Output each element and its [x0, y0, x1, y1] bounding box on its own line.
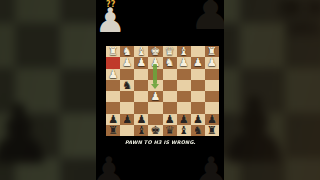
square-h4[interactable]: [106, 80, 120, 91]
black-pawn-silhouette-icon: ♟: [192, 152, 224, 180]
square-a3[interactable]: [205, 69, 219, 80]
background-king-icon: ♚: [272, 0, 320, 46]
black-queen-piece: ♛: [165, 124, 175, 135]
move-arrow-shaft: [153, 64, 157, 84]
square-c5[interactable]: [177, 91, 191, 102]
square-a5[interactable]: [205, 91, 219, 102]
square-d2[interactable]: ♞: [163, 57, 177, 68]
white-pawn-piece: ♟: [151, 91, 161, 102]
black-piece-silhouette-icon: ♟: [189, 0, 224, 36]
square-b5[interactable]: [191, 91, 205, 102]
white-pawn-piece: ♟: [193, 57, 203, 68]
black-rook-piece: ♜: [108, 124, 118, 135]
black-king-piece: ♚: [151, 124, 161, 135]
blunder-annotation: ??: [106, 0, 115, 9]
square-b2[interactable]: ♟: [191, 57, 205, 68]
chess-board: ♜♞♝♚♛♝♜♟♟♟♞♟♟♟♟♞♟♟♟♟♟♟♟♟♜♝♚♛♝♞♜: [106, 46, 219, 136]
square-f5[interactable]: [134, 91, 148, 102]
square-g5[interactable]: [120, 91, 134, 102]
white-pawn-piece: ♟: [108, 68, 118, 79]
square-a4[interactable]: [205, 80, 219, 91]
white-rook-piece: ♜: [108, 46, 118, 57]
white-pawn-piece: ♟: [207, 57, 217, 68]
square-b3[interactable]: [191, 69, 205, 80]
square-d4[interactable]: [163, 80, 177, 91]
square-d3[interactable]: [163, 69, 177, 80]
black-knight-piece: ♞: [193, 124, 203, 135]
move-arrow-head: [151, 84, 159, 89]
square-g7[interactable]: ♟: [120, 114, 134, 125]
white-pawn-piece: ♟: [179, 57, 189, 68]
square-h5[interactable]: [106, 91, 120, 102]
black-rook-piece: ♜: [207, 124, 217, 135]
square-d5[interactable]: [163, 91, 177, 102]
square-f3[interactable]: [134, 69, 148, 80]
black-bishop-piece: ♝: [179, 124, 189, 135]
background-pawn-icon: ♟: [0, 94, 56, 176]
black-pawn-piece: ♟: [122, 113, 132, 124]
caption: PAWN TO H3 IS WRONG.: [96, 135, 224, 148]
square-b4[interactable]: [191, 80, 205, 91]
white-pawn-piece: ♟: [122, 57, 132, 68]
square-e5[interactable]: ♟: [148, 91, 162, 102]
caption-text: PAWN TO H3 IS WRONG.: [125, 139, 196, 145]
square-a2[interactable]: ♟: [205, 57, 219, 68]
square-e6[interactable]: [148, 102, 162, 113]
square-g4[interactable]: ♞: [120, 80, 134, 91]
white-pawn-piece: ♟: [136, 57, 146, 68]
black-bishop-piece: ♝: [136, 124, 146, 135]
video-frame: ♚ ♟ ♟ ♟ ?? ♟ ♜♞♝♚♛♝♜♟♟♟♞♟♟♟♟♞♟♟♟♟♟♟♟♟♜♝♚…: [0, 0, 320, 180]
video-player[interactable]: ♟ ?? ♟ ♜♞♝♚♛♝♜♟♟♟♞♟♟♟♟♞♟♟♟♟♟♟♟♟♜♝♚♛♝♞♜ P…: [96, 0, 224, 180]
square-c3[interactable]: [177, 69, 191, 80]
black-pawn-silhouette-icon: ♟: [96, 152, 128, 180]
board-grid: ♜♞♝♚♛♝♜♟♟♟♞♟♟♟♟♞♟♟♟♟♟♟♟♟♜♝♚♛♝♞♜: [106, 46, 219, 136]
square-f2[interactable]: ♟: [134, 57, 148, 68]
square-c2[interactable]: ♟: [177, 57, 191, 68]
square-h3[interactable]: ♟: [106, 69, 120, 80]
square-g2[interactable]: ♟: [120, 57, 134, 68]
black-knight-piece: ♞: [122, 79, 132, 90]
background-pawn-icon: ♟: [214, 86, 295, 176]
square-c4[interactable]: [177, 80, 191, 91]
square-h1[interactable]: ♜: [106, 46, 120, 57]
square-f4[interactable]: [134, 80, 148, 91]
white-knight-piece: ♞: [165, 57, 175, 68]
